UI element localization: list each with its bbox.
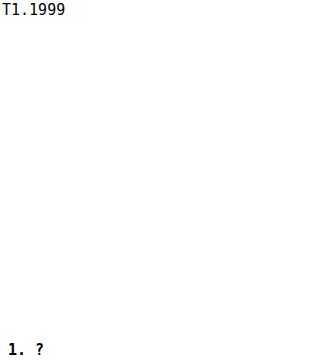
- chess-board: [0, 20, 320, 340]
- puzzle-title: T1.1999: [0, 0, 320, 20]
- chess-diagram-window: T1.1999 1. ?: [0, 0, 320, 360]
- move-prompt: 1. ?: [0, 340, 320, 360]
